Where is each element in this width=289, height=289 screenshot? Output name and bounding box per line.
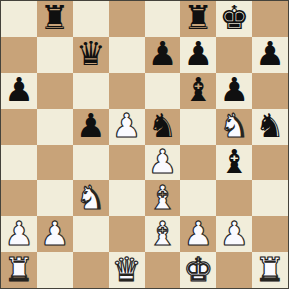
black-rook[interactable]: ♜ [184, 1, 214, 34]
white-pawn[interactable]: ♟ [40, 217, 70, 250]
white-pawn[interactable]: ♟ [148, 145, 178, 178]
square-e7[interactable]: ♟ [145, 37, 181, 73]
square-d5[interactable]: ♟ [109, 109, 145, 145]
square-d1[interactable]: ♛ [109, 252, 145, 288]
square-h7[interactable]: ♟ [252, 37, 288, 73]
black-pawn[interactable]: ♟ [148, 37, 178, 70]
square-f1[interactable]: ♚ [180, 252, 216, 288]
square-d4[interactable] [109, 145, 145, 181]
square-e2[interactable]: ♝ [145, 216, 181, 252]
black-rook[interactable]: ♜ [40, 1, 70, 34]
square-h2[interactable] [252, 216, 288, 252]
square-a5[interactable] [1, 109, 37, 145]
white-bishop[interactable]: ♝ [148, 181, 178, 214]
square-b3[interactable] [37, 180, 73, 216]
white-pawn[interactable]: ♟ [219, 217, 249, 250]
square-b7[interactable] [37, 37, 73, 73]
square-e4[interactable]: ♟ [145, 145, 181, 181]
square-b5[interactable] [37, 109, 73, 145]
square-c4[interactable] [73, 145, 109, 181]
square-g2[interactable]: ♟ [216, 216, 252, 252]
square-c3[interactable]: ♞ [73, 180, 109, 216]
square-e5[interactable]: ♞ [145, 109, 181, 145]
square-f4[interactable] [180, 145, 216, 181]
black-pawn[interactable]: ♟ [219, 73, 249, 106]
white-knight[interactable]: ♞ [219, 109, 249, 142]
white-pawn[interactable]: ♟ [4, 217, 34, 250]
square-a6[interactable]: ♟ [1, 73, 37, 109]
square-h5[interactable]: ♞ [252, 109, 288, 145]
square-a2[interactable]: ♟ [1, 216, 37, 252]
black-knight[interactable]: ♞ [255, 109, 285, 142]
square-a7[interactable] [1, 37, 37, 73]
square-d7[interactable] [109, 37, 145, 73]
square-g5[interactable]: ♞ [216, 109, 252, 145]
black-pawn[interactable]: ♟ [4, 73, 34, 106]
black-queen[interactable]: ♛ [76, 37, 106, 70]
square-c8[interactable] [73, 1, 109, 37]
square-g4[interactable]: ♝ [216, 145, 252, 181]
square-h8[interactable] [252, 1, 288, 37]
square-c2[interactable] [73, 216, 109, 252]
square-g7[interactable] [216, 37, 252, 73]
square-a8[interactable] [1, 1, 37, 37]
square-f6[interactable]: ♝ [180, 73, 216, 109]
square-a3[interactable] [1, 180, 37, 216]
white-rook[interactable]: ♜ [4, 253, 34, 286]
square-f3[interactable] [180, 180, 216, 216]
square-e3[interactable]: ♝ [145, 180, 181, 216]
square-d3[interactable] [109, 180, 145, 216]
black-pawn[interactable]: ♟ [255, 37, 285, 70]
white-pawn[interactable]: ♟ [112, 109, 142, 142]
square-b1[interactable] [37, 252, 73, 288]
white-queen[interactable]: ♛ [112, 253, 142, 286]
chess-board: ♜♜♚♛♟♟♟♟♝♟♟♟♞♞♞♟♝♞♝♟♟♝♟♟♜♛♚♜ [0, 0, 289, 289]
square-e8[interactable] [145, 1, 181, 37]
square-f8[interactable]: ♜ [180, 1, 216, 37]
square-d6[interactable] [109, 73, 145, 109]
white-rook[interactable]: ♜ [255, 253, 285, 286]
square-g8[interactable]: ♚ [216, 1, 252, 37]
square-h3[interactable] [252, 180, 288, 216]
black-pawn[interactable]: ♟ [184, 37, 214, 70]
square-d8[interactable] [109, 1, 145, 37]
square-c5[interactable]: ♟ [73, 109, 109, 145]
white-bishop[interactable]: ♝ [148, 217, 178, 250]
square-h6[interactable] [252, 73, 288, 109]
white-pawn[interactable]: ♟ [184, 217, 214, 250]
square-d2[interactable] [109, 216, 145, 252]
square-g3[interactable] [216, 180, 252, 216]
square-b6[interactable] [37, 73, 73, 109]
black-knight[interactable]: ♞ [148, 109, 178, 142]
black-king[interactable]: ♚ [219, 1, 249, 34]
square-c6[interactable] [73, 73, 109, 109]
square-b4[interactable] [37, 145, 73, 181]
square-c1[interactable] [73, 252, 109, 288]
square-e6[interactable] [145, 73, 181, 109]
white-knight[interactable]: ♞ [76, 181, 106, 214]
black-bishop[interactable]: ♝ [184, 73, 214, 106]
square-a4[interactable] [1, 145, 37, 181]
square-f2[interactable]: ♟ [180, 216, 216, 252]
square-f7[interactable]: ♟ [180, 37, 216, 73]
square-f5[interactable] [180, 109, 216, 145]
square-a1[interactable]: ♜ [1, 252, 37, 288]
white-king[interactable]: ♚ [184, 253, 214, 286]
square-h1[interactable]: ♜ [252, 252, 288, 288]
square-c7[interactable]: ♛ [73, 37, 109, 73]
square-b2[interactable]: ♟ [37, 216, 73, 252]
square-g1[interactable] [216, 252, 252, 288]
square-b8[interactable]: ♜ [37, 1, 73, 37]
square-e1[interactable] [145, 252, 181, 288]
square-g6[interactable]: ♟ [216, 73, 252, 109]
black-bishop[interactable]: ♝ [219, 145, 249, 178]
square-h4[interactable] [252, 145, 288, 181]
black-pawn[interactable]: ♟ [76, 109, 106, 142]
